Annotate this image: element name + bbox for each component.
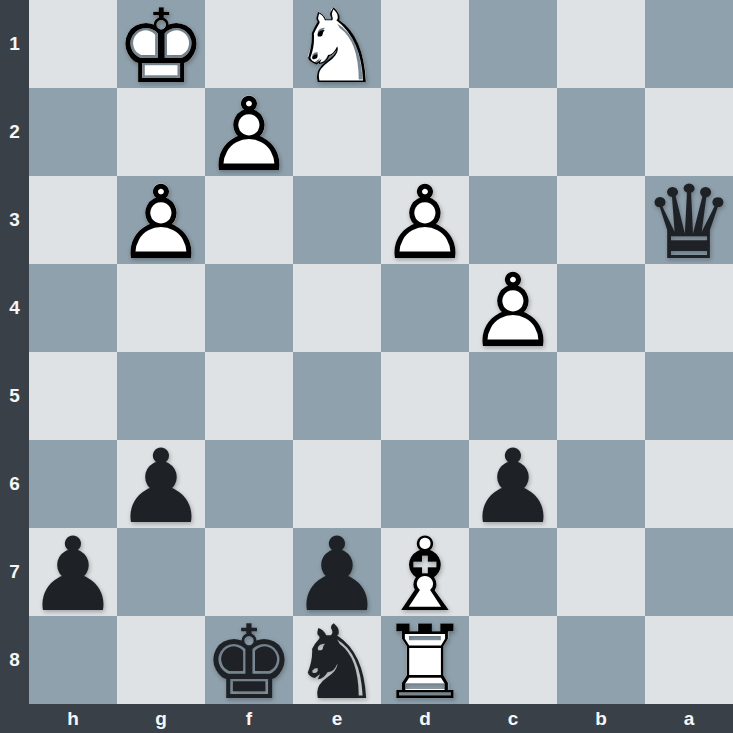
square-a6[interactable]	[645, 440, 733, 528]
square-b4[interactable]	[557, 264, 645, 352]
square-d8[interactable]: ♜♖	[381, 616, 469, 704]
square-f8[interactable]: ♚	[205, 616, 293, 704]
square-e3[interactable]	[293, 176, 381, 264]
piece-black-knight[interactable]: ♞	[293, 616, 381, 704]
white-pawn-outline-icon: ♙	[117, 179, 205, 267]
piece-white-pawn[interactable]: ♟♙	[381, 176, 469, 264]
square-c7[interactable]	[469, 528, 557, 616]
piece-white-king[interactable]: ♚♔	[117, 0, 205, 88]
black-pawn-icon: ♟	[117, 443, 205, 531]
file-label-b: b	[557, 704, 645, 733]
square-b2[interactable]	[557, 88, 645, 176]
square-c2[interactable]	[469, 88, 557, 176]
white-pawn-outline-icon: ♙	[381, 179, 469, 267]
square-b1[interactable]	[557, 0, 645, 88]
black-pawn-icon: ♟	[29, 531, 117, 619]
piece-black-pawn[interactable]: ♟	[29, 528, 117, 616]
piece-black-queen[interactable]: ♛	[645, 176, 733, 264]
rank-label-2: 2	[0, 88, 29, 176]
square-b6[interactable]	[557, 440, 645, 528]
black-knight-icon: ♞	[293, 619, 381, 707]
square-a3[interactable]: ♛	[645, 176, 733, 264]
square-b8[interactable]	[557, 616, 645, 704]
rank-label-7: 7	[0, 528, 29, 616]
square-h2[interactable]	[29, 88, 117, 176]
square-g1[interactable]: ♚♔	[117, 0, 205, 88]
square-h5[interactable]	[29, 352, 117, 440]
square-h7[interactable]: ♟	[29, 528, 117, 616]
white-knight-outline-icon: ♘	[293, 3, 381, 91]
piece-white-pawn[interactable]: ♟♙	[117, 176, 205, 264]
square-h8[interactable]	[29, 616, 117, 704]
square-b7[interactable]	[557, 528, 645, 616]
rank-label-3: 3	[0, 176, 29, 264]
piece-black-pawn[interactable]: ♟	[117, 440, 205, 528]
chess-board: ♚♔♞♘♟♙♟♙♟♙♛♟♙♟♟♟♟♝♗♚♞♜♖	[29, 0, 733, 704]
black-pawn-icon: ♟	[469, 443, 557, 531]
square-b5[interactable]	[557, 352, 645, 440]
file-label-a: a	[645, 704, 733, 733]
square-g3[interactable]: ♟♙	[117, 176, 205, 264]
rank-label-5: 5	[0, 352, 29, 440]
square-f6[interactable]	[205, 440, 293, 528]
square-e4[interactable]	[293, 264, 381, 352]
square-g7[interactable]	[117, 528, 205, 616]
square-g8[interactable]	[117, 616, 205, 704]
square-g4[interactable]	[117, 264, 205, 352]
square-e2[interactable]	[293, 88, 381, 176]
square-a1[interactable]	[645, 0, 733, 88]
square-a4[interactable]	[645, 264, 733, 352]
square-h3[interactable]	[29, 176, 117, 264]
square-e5[interactable]	[293, 352, 381, 440]
piece-black-king[interactable]: ♚	[205, 616, 293, 704]
piece-black-pawn[interactable]: ♟	[469, 440, 557, 528]
square-f3[interactable]	[205, 176, 293, 264]
square-d3[interactable]: ♟♙	[381, 176, 469, 264]
square-e1[interactable]: ♞♘	[293, 0, 381, 88]
square-d4[interactable]	[381, 264, 469, 352]
square-f2[interactable]: ♟♙	[205, 88, 293, 176]
chess-board-frame: 1 2 3 4 5 6 7 8 ♚♔♞♘♟♙♟♙♟♙♛♟♙♟♟♟♟♝♗♚♞♜♖ …	[0, 0, 733, 733]
square-b3[interactable]	[557, 176, 645, 264]
square-c4[interactable]: ♟♙	[469, 264, 557, 352]
rank-label-4: 4	[0, 264, 29, 352]
rank-labels: 1 2 3 4 5 6 7 8	[0, 0, 29, 704]
square-h1[interactable]	[29, 0, 117, 88]
piece-white-rook[interactable]: ♜♖	[381, 616, 469, 704]
square-c8[interactable]	[469, 616, 557, 704]
black-king-icon: ♚	[205, 619, 293, 707]
rank-label-6: 6	[0, 440, 29, 528]
file-label-h: h	[29, 704, 117, 733]
rank-label-1: 1	[0, 0, 29, 88]
black-queen-icon: ♛	[645, 179, 733, 267]
piece-white-pawn[interactable]: ♟♙	[469, 264, 557, 352]
square-g6[interactable]: ♟	[117, 440, 205, 528]
file-label-g: g	[117, 704, 205, 733]
white-pawn-outline-icon: ♙	[205, 91, 293, 179]
white-rook-outline-icon: ♖	[381, 619, 469, 707]
square-d5[interactable]	[381, 352, 469, 440]
square-d1[interactable]	[381, 0, 469, 88]
square-a8[interactable]	[645, 616, 733, 704]
rank-label-8: 8	[0, 616, 29, 704]
square-c1[interactable]	[469, 0, 557, 88]
square-e8[interactable]: ♞	[293, 616, 381, 704]
white-king-outline-icon: ♔	[117, 3, 205, 91]
frame-corner	[0, 704, 29, 733]
square-a5[interactable]	[645, 352, 733, 440]
square-c6[interactable]: ♟	[469, 440, 557, 528]
square-f5[interactable]	[205, 352, 293, 440]
square-h4[interactable]	[29, 264, 117, 352]
piece-white-knight[interactable]: ♞♘	[293, 0, 381, 88]
file-label-c: c	[469, 704, 557, 733]
square-a7[interactable]	[645, 528, 733, 616]
square-f4[interactable]	[205, 264, 293, 352]
white-pawn-outline-icon: ♙	[469, 267, 557, 355]
piece-white-pawn[interactable]: ♟♙	[205, 88, 293, 176]
